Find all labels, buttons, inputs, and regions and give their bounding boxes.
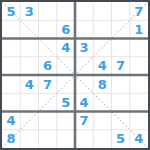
cell-r3c7[interactable] xyxy=(112,39,130,57)
cell-r8c1[interactable]: 8 xyxy=(2,130,20,148)
cell-r3c2[interactable] xyxy=(20,39,38,57)
cell-r1c3[interactable] xyxy=(39,2,57,20)
cell-r7c5[interactable]: 7 xyxy=(75,112,93,130)
cell-r5c8[interactable] xyxy=(130,75,148,93)
cell-r6c2[interactable] xyxy=(20,93,38,111)
cell-r1c2[interactable]: 3 xyxy=(20,2,38,20)
cell-r8c4[interactable] xyxy=(57,130,75,148)
cell-r7c8[interactable] xyxy=(130,112,148,130)
cell-r5c3[interactable]: 7 xyxy=(39,75,57,93)
cell-r6c3[interactable] xyxy=(39,93,57,111)
cell-r2c4[interactable]: 6 xyxy=(57,20,75,38)
cell-r1c5[interactable] xyxy=(75,2,93,20)
cell-r5c2[interactable]: 4 xyxy=(20,75,38,93)
cell-r4c1[interactable] xyxy=(2,57,20,75)
cell-r4c7[interactable]: 7 xyxy=(112,57,130,75)
cell-r4c8[interactable] xyxy=(130,57,148,75)
cell-r3c5[interactable]: 3 xyxy=(75,39,93,57)
cell-r2c5[interactable] xyxy=(75,20,93,38)
cell-r6c4[interactable]: 5 xyxy=(57,93,75,111)
cell-r4c2[interactable] xyxy=(20,57,38,75)
cell-r5c7[interactable] xyxy=(112,75,130,93)
cell-r2c3[interactable] xyxy=(39,20,57,38)
cell-r6c6[interactable] xyxy=(93,93,111,111)
cell-r4c4[interactable] xyxy=(57,57,75,75)
cell-r7c4[interactable] xyxy=(57,112,75,130)
cell-r8c7[interactable]: 5 xyxy=(112,130,130,148)
cell-r4c5[interactable] xyxy=(75,57,93,75)
cell-r1c4[interactable] xyxy=(57,2,75,20)
cell-r6c1[interactable] xyxy=(2,93,20,111)
cell-r7c2[interactable] xyxy=(20,112,38,130)
cells-grid: 53761436474785447854 xyxy=(2,2,148,148)
cell-r6c7[interactable] xyxy=(112,93,130,111)
cell-r2c6[interactable] xyxy=(93,20,111,38)
cell-r3c4[interactable]: 4 xyxy=(57,39,75,57)
cell-r7c3[interactable] xyxy=(39,112,57,130)
cell-r5c5[interactable] xyxy=(75,75,93,93)
cell-r8c5[interactable] xyxy=(75,130,93,148)
cell-r3c6[interactable] xyxy=(93,39,111,57)
cell-r4c6[interactable]: 4 xyxy=(93,57,111,75)
cell-r4c3[interactable]: 6 xyxy=(39,57,57,75)
cell-r8c2[interactable] xyxy=(20,130,38,148)
cell-r7c6[interactable] xyxy=(93,112,111,130)
cell-r7c1[interactable]: 4 xyxy=(2,112,20,130)
cell-r3c1[interactable] xyxy=(2,39,20,57)
cell-r6c8[interactable] xyxy=(130,93,148,111)
cell-r8c3[interactable] xyxy=(39,130,57,148)
cell-r2c7[interactable] xyxy=(112,20,130,38)
cell-r1c6[interactable] xyxy=(93,2,111,20)
cell-r5c1[interactable] xyxy=(2,75,20,93)
cell-r2c2[interactable] xyxy=(20,20,38,38)
cell-r3c3[interactable] xyxy=(39,39,57,57)
cell-r5c6[interactable]: 8 xyxy=(93,75,111,93)
cell-r7c7[interactable] xyxy=(112,112,130,130)
cell-r1c1[interactable]: 5 xyxy=(2,2,20,20)
cell-r8c6[interactable] xyxy=(93,130,111,148)
cell-r3c8[interactable] xyxy=(130,39,148,57)
cell-r6c5[interactable]: 4 xyxy=(75,93,93,111)
cell-r2c1[interactable] xyxy=(2,20,20,38)
cell-r1c8[interactable]: 7 xyxy=(130,2,148,20)
sudoku-board: 53761436474785447854 xyxy=(0,0,150,150)
cell-r5c4[interactable] xyxy=(57,75,75,93)
cell-r1c7[interactable] xyxy=(112,2,130,20)
cell-r8c8[interactable]: 4 xyxy=(130,130,148,148)
cell-r2c8[interactable]: 1 xyxy=(130,20,148,38)
